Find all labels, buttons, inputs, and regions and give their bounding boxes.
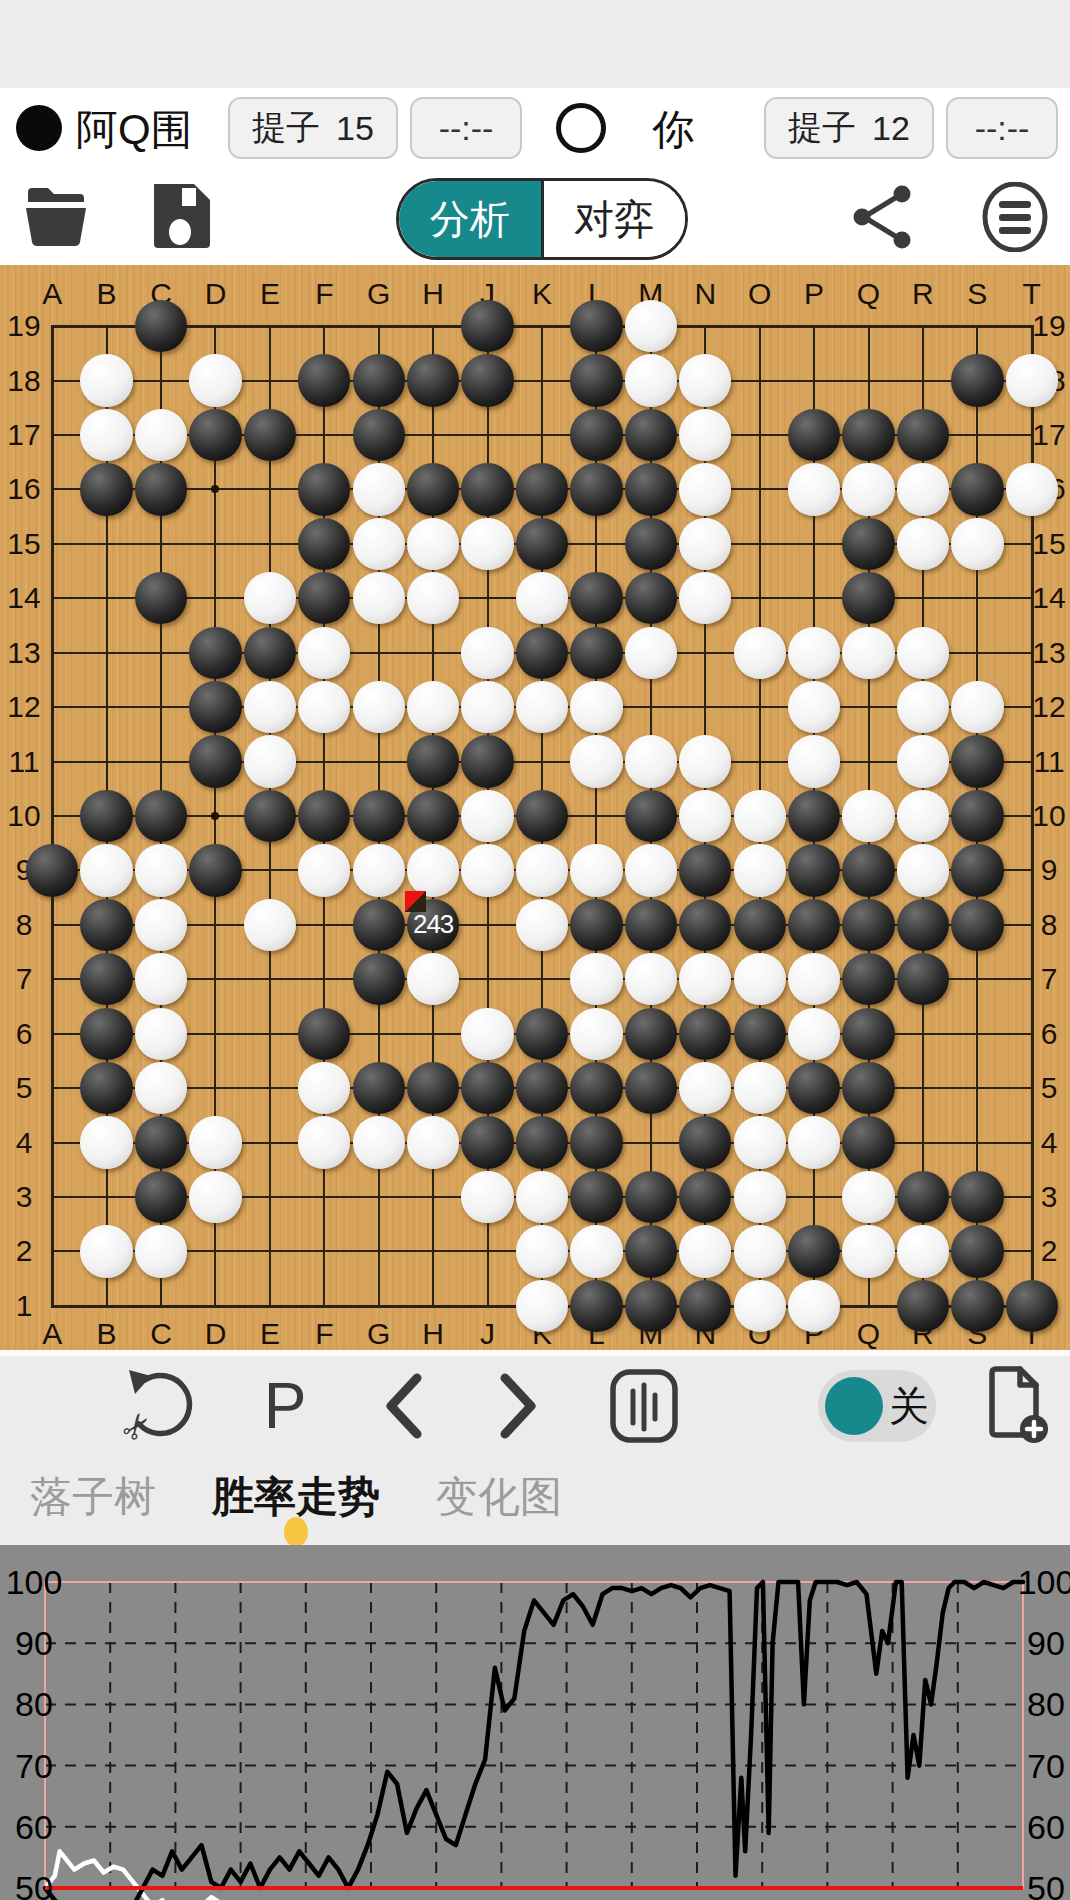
cell-P16[interactable]	[787, 462, 841, 516]
cell-F6[interactable]	[297, 1006, 351, 1060]
cell-D6[interactable]	[188, 1006, 242, 1060]
cell-L2[interactable]	[569, 1224, 623, 1278]
cell-T18[interactable]	[1005, 353, 1059, 407]
tab-落子树[interactable]: 落子树	[30, 1469, 156, 1525]
tab-胜率走势[interactable]: 胜率走势	[212, 1469, 380, 1525]
cell-P11[interactable]	[787, 734, 841, 788]
cell-K2[interactable]	[515, 1224, 569, 1278]
cell-O6[interactable]	[732, 1006, 786, 1060]
cell-E15[interactable]	[243, 517, 297, 571]
cell-T3[interactable]	[1005, 1170, 1059, 1224]
cell-O12[interactable]	[732, 680, 786, 734]
cell-H8[interactable]: 243	[406, 898, 460, 952]
pass-button[interactable]: P	[250, 1356, 320, 1455]
cell-Q6[interactable]	[841, 1006, 895, 1060]
cell-P17[interactable]	[787, 408, 841, 462]
cell-D10[interactable]	[188, 789, 242, 843]
cell-J13[interactable]	[460, 626, 514, 680]
cell-S5[interactable]	[950, 1061, 1004, 1115]
cell-R9[interactable]	[896, 843, 950, 897]
cell-S18[interactable]	[950, 353, 1004, 407]
cell-N16[interactable]	[678, 462, 732, 516]
cell-G11[interactable]	[352, 734, 406, 788]
cell-F12[interactable]	[297, 680, 351, 734]
cell-H16[interactable]	[406, 462, 460, 516]
cell-K10[interactable]	[515, 789, 569, 843]
cell-S3[interactable]	[950, 1170, 1004, 1224]
cell-E2[interactable]	[243, 1224, 297, 1278]
cell-C5[interactable]	[134, 1061, 188, 1115]
cell-H2[interactable]	[406, 1224, 460, 1278]
cell-A2[interactable]	[25, 1224, 79, 1278]
cell-H10[interactable]	[406, 789, 460, 843]
cell-F4[interactable]	[297, 1115, 351, 1169]
cell-R19[interactable]	[896, 299, 950, 353]
cell-J14[interactable]	[460, 571, 514, 625]
cell-H15[interactable]	[406, 517, 460, 571]
cell-R16[interactable]	[896, 462, 950, 516]
cell-O18[interactable]	[732, 353, 786, 407]
cell-B14[interactable]	[79, 571, 133, 625]
cell-M9[interactable]	[624, 843, 678, 897]
cell-B6[interactable]	[79, 1006, 133, 1060]
cell-A16[interactable]	[25, 462, 79, 516]
cell-B16[interactable]	[79, 462, 133, 516]
cell-T1[interactable]	[1005, 1279, 1059, 1333]
cell-F8[interactable]	[297, 898, 351, 952]
cell-G15[interactable]	[352, 517, 406, 571]
cell-P13[interactable]	[787, 626, 841, 680]
cell-K16[interactable]	[515, 462, 569, 516]
cell-Q3[interactable]	[841, 1170, 895, 1224]
cell-S10[interactable]	[950, 789, 1004, 843]
prev-move-button[interactable]	[372, 1356, 436, 1455]
cell-K14[interactable]	[515, 571, 569, 625]
cell-S6[interactable]	[950, 1006, 1004, 1060]
cell-Q4[interactable]	[841, 1115, 895, 1169]
black-timer-button[interactable]: --:--	[410, 97, 522, 159]
cell-J5[interactable]	[460, 1061, 514, 1115]
cell-P8[interactable]	[787, 898, 841, 952]
cell-T5[interactable]	[1005, 1061, 1059, 1115]
cell-N3[interactable]	[678, 1170, 732, 1224]
cell-N2[interactable]	[678, 1224, 732, 1278]
cell-L7[interactable]	[569, 952, 623, 1006]
cell-S8[interactable]	[950, 898, 1004, 952]
cell-C7[interactable]	[134, 952, 188, 1006]
cell-D1[interactable]	[188, 1279, 242, 1333]
cell-R14[interactable]	[896, 571, 950, 625]
cell-A12[interactable]	[25, 680, 79, 734]
open-file-button[interactable]	[22, 184, 92, 251]
cell-L13[interactable]	[569, 626, 623, 680]
cell-R12[interactable]	[896, 680, 950, 734]
cell-R5[interactable]	[896, 1061, 950, 1115]
cell-O8[interactable]	[732, 898, 786, 952]
cell-E1[interactable]	[243, 1279, 297, 1333]
cell-L8[interactable]	[569, 898, 623, 952]
cell-J3[interactable]	[460, 1170, 514, 1224]
cell-T16[interactable]	[1005, 462, 1059, 516]
cell-B7[interactable]	[79, 952, 133, 1006]
cell-G2[interactable]	[352, 1224, 406, 1278]
cell-F10[interactable]	[297, 789, 351, 843]
cell-D13[interactable]	[188, 626, 242, 680]
cell-G16[interactable]	[352, 462, 406, 516]
cell-C4[interactable]	[134, 1115, 188, 1169]
cell-H3[interactable]	[406, 1170, 460, 1224]
cell-L18[interactable]	[569, 353, 623, 407]
cell-E8[interactable]	[243, 898, 297, 952]
cell-B3[interactable]	[79, 1170, 133, 1224]
cell-J18[interactable]	[460, 353, 514, 407]
cell-Q5[interactable]	[841, 1061, 895, 1115]
cell-R6[interactable]	[896, 1006, 950, 1060]
cell-P15[interactable]	[787, 517, 841, 571]
cell-C9[interactable]	[134, 843, 188, 897]
cell-G10[interactable]	[352, 789, 406, 843]
cell-O1[interactable]	[732, 1279, 786, 1333]
cell-P3[interactable]	[787, 1170, 841, 1224]
cell-M17[interactable]	[624, 408, 678, 462]
cell-T13[interactable]	[1005, 626, 1059, 680]
cell-H4[interactable]	[406, 1115, 460, 1169]
cell-D5[interactable]	[188, 1061, 242, 1115]
cell-R8[interactable]	[896, 898, 950, 952]
cell-A15[interactable]	[25, 517, 79, 571]
cell-J15[interactable]	[460, 517, 514, 571]
analysis-chart-button[interactable]	[602, 1356, 686, 1455]
cell-C14[interactable]	[134, 571, 188, 625]
cell-H9[interactable]	[406, 843, 460, 897]
cell-G8[interactable]	[352, 898, 406, 952]
cell-L16[interactable]	[569, 462, 623, 516]
cell-G4[interactable]	[352, 1115, 406, 1169]
cell-K8[interactable]	[515, 898, 569, 952]
cell-T8[interactable]	[1005, 898, 1059, 952]
cell-G19[interactable]	[352, 299, 406, 353]
cell-R10[interactable]	[896, 789, 950, 843]
cell-Q7[interactable]	[841, 952, 895, 1006]
cell-M3[interactable]	[624, 1170, 678, 1224]
cell-R17[interactable]	[896, 408, 950, 462]
cell-C15[interactable]	[134, 517, 188, 571]
cell-J12[interactable]	[460, 680, 514, 734]
cell-L4[interactable]	[569, 1115, 623, 1169]
cell-C19[interactable]	[134, 299, 188, 353]
cell-M18[interactable]	[624, 353, 678, 407]
cell-C12[interactable]	[134, 680, 188, 734]
cell-Q16[interactable]	[841, 462, 895, 516]
cell-R4[interactable]	[896, 1115, 950, 1169]
cell-E3[interactable]	[243, 1170, 297, 1224]
cell-E9[interactable]	[243, 843, 297, 897]
cell-R13[interactable]	[896, 626, 950, 680]
cell-T17[interactable]	[1005, 408, 1059, 462]
cell-N12[interactable]	[678, 680, 732, 734]
cell-S2[interactable]	[950, 1224, 1004, 1278]
cell-C3[interactable]	[134, 1170, 188, 1224]
cell-M4[interactable]	[624, 1115, 678, 1169]
undo-cut-button[interactable]: ✂	[112, 1356, 204, 1455]
white-captures-button[interactable]: 提子 12	[764, 97, 934, 159]
cell-A1[interactable]	[25, 1279, 79, 1333]
cell-M12[interactable]	[624, 680, 678, 734]
cell-S12[interactable]	[950, 680, 1004, 734]
cell-K11[interactable]	[515, 734, 569, 788]
cell-B18[interactable]	[79, 353, 133, 407]
cell-N6[interactable]	[678, 1006, 732, 1060]
cell-B9[interactable]	[79, 843, 133, 897]
cell-E17[interactable]	[243, 408, 297, 462]
cell-M19[interactable]	[624, 299, 678, 353]
cell-T12[interactable]	[1005, 680, 1059, 734]
cell-S9[interactable]	[950, 843, 1004, 897]
cell-S4[interactable]	[950, 1115, 1004, 1169]
cell-B2[interactable]	[79, 1224, 133, 1278]
cell-Q11[interactable]	[841, 734, 895, 788]
cell-C13[interactable]	[134, 626, 188, 680]
cell-F11[interactable]	[297, 734, 351, 788]
cell-R1[interactable]	[896, 1279, 950, 1333]
cell-O7[interactable]	[732, 952, 786, 1006]
cell-F15[interactable]	[297, 517, 351, 571]
cell-G6[interactable]	[352, 1006, 406, 1060]
cell-O13[interactable]	[732, 626, 786, 680]
cell-M13[interactable]	[624, 626, 678, 680]
cell-R7[interactable]	[896, 952, 950, 1006]
cell-G7[interactable]	[352, 952, 406, 1006]
cell-D18[interactable]	[188, 353, 242, 407]
cell-D3[interactable]	[188, 1170, 242, 1224]
cell-M7[interactable]	[624, 952, 678, 1006]
cell-O5[interactable]	[732, 1061, 786, 1115]
cell-K5[interactable]	[515, 1061, 569, 1115]
cell-A17[interactable]	[25, 408, 79, 462]
cell-P6[interactable]	[787, 1006, 841, 1060]
cell-J7[interactable]	[460, 952, 514, 1006]
save-button[interactable]	[148, 182, 212, 253]
cell-E13[interactable]	[243, 626, 297, 680]
cell-G14[interactable]	[352, 571, 406, 625]
cell-H7[interactable]	[406, 952, 460, 1006]
cell-M1[interactable]	[624, 1279, 678, 1333]
cell-B12[interactable]	[79, 680, 133, 734]
cell-M2[interactable]	[624, 1224, 678, 1278]
cell-L14[interactable]	[569, 571, 623, 625]
cell-J6[interactable]	[460, 1006, 514, 1060]
cell-G18[interactable]	[352, 353, 406, 407]
cell-Q8[interactable]	[841, 898, 895, 952]
cell-M11[interactable]	[624, 734, 678, 788]
cell-C11[interactable]	[134, 734, 188, 788]
cell-H19[interactable]	[406, 299, 460, 353]
cell-J19[interactable]	[460, 299, 514, 353]
cell-A4[interactable]	[25, 1115, 79, 1169]
cell-R11[interactable]	[896, 734, 950, 788]
cell-T14[interactable]	[1005, 571, 1059, 625]
cell-D15[interactable]	[188, 517, 242, 571]
cell-T11[interactable]	[1005, 734, 1059, 788]
cell-T15[interactable]	[1005, 517, 1059, 571]
cell-P12[interactable]	[787, 680, 841, 734]
cell-J2[interactable]	[460, 1224, 514, 1278]
cell-O10[interactable]	[732, 789, 786, 843]
cell-C18[interactable]	[134, 353, 188, 407]
cell-L6[interactable]	[569, 1006, 623, 1060]
cell-O19[interactable]	[732, 299, 786, 353]
cell-F9[interactable]	[297, 843, 351, 897]
cell-Q9[interactable]	[841, 843, 895, 897]
cell-K12[interactable]	[515, 680, 569, 734]
cell-H13[interactable]	[406, 626, 460, 680]
cell-L10[interactable]	[569, 789, 623, 843]
cell-P9[interactable]	[787, 843, 841, 897]
cell-C6[interactable]	[134, 1006, 188, 1060]
cell-N9[interactable]	[678, 843, 732, 897]
cell-A3[interactable]	[25, 1170, 79, 1224]
cell-A9[interactable]	[25, 843, 79, 897]
cell-M16[interactable]	[624, 462, 678, 516]
cell-L3[interactable]	[569, 1170, 623, 1224]
cell-D14[interactable]	[188, 571, 242, 625]
cell-T2[interactable]	[1005, 1224, 1059, 1278]
cell-S16[interactable]	[950, 462, 1004, 516]
cell-P10[interactable]	[787, 789, 841, 843]
cell-D8[interactable]	[188, 898, 242, 952]
cell-T6[interactable]	[1005, 1006, 1059, 1060]
cell-N4[interactable]	[678, 1115, 732, 1169]
cell-T9[interactable]	[1005, 843, 1059, 897]
cell-E14[interactable]	[243, 571, 297, 625]
cell-F14[interactable]	[297, 571, 351, 625]
cell-E6[interactable]	[243, 1006, 297, 1060]
cell-K7[interactable]	[515, 952, 569, 1006]
cell-B13[interactable]	[79, 626, 133, 680]
cell-P14[interactable]	[787, 571, 841, 625]
cell-A10[interactable]	[25, 789, 79, 843]
cell-A8[interactable]	[25, 898, 79, 952]
cell-H18[interactable]	[406, 353, 460, 407]
cell-E7[interactable]	[243, 952, 297, 1006]
cell-C10[interactable]	[134, 789, 188, 843]
cell-T4[interactable]	[1005, 1115, 1059, 1169]
cell-T10[interactable]	[1005, 789, 1059, 843]
cell-B8[interactable]	[79, 898, 133, 952]
cell-S15[interactable]	[950, 517, 1004, 571]
cell-Q2[interactable]	[841, 1224, 895, 1278]
cell-M14[interactable]	[624, 571, 678, 625]
menu-button[interactable]	[980, 182, 1050, 255]
cell-O3[interactable]	[732, 1170, 786, 1224]
cell-N10[interactable]	[678, 789, 732, 843]
cell-P18[interactable]	[787, 353, 841, 407]
cell-P2[interactable]	[787, 1224, 841, 1278]
share-button[interactable]	[850, 184, 916, 253]
cell-E19[interactable]	[243, 299, 297, 353]
cell-N13[interactable]	[678, 626, 732, 680]
cell-D2[interactable]	[188, 1224, 242, 1278]
cell-F2[interactable]	[297, 1224, 351, 1278]
cell-L9[interactable]	[569, 843, 623, 897]
cell-R15[interactable]	[896, 517, 950, 571]
cell-J8[interactable]	[460, 898, 514, 952]
next-move-button[interactable]	[486, 1356, 550, 1455]
cell-B4[interactable]	[79, 1115, 133, 1169]
cell-F1[interactable]	[297, 1279, 351, 1333]
cell-G17[interactable]	[352, 408, 406, 462]
cell-Q10[interactable]	[841, 789, 895, 843]
cell-B19[interactable]	[79, 299, 133, 353]
cell-S19[interactable]	[950, 299, 1004, 353]
cell-N19[interactable]	[678, 299, 732, 353]
cell-N7[interactable]	[678, 952, 732, 1006]
cell-T7[interactable]	[1005, 952, 1059, 1006]
cell-H11[interactable]	[406, 734, 460, 788]
cell-N14[interactable]	[678, 571, 732, 625]
ai-analysis-toggle[interactable]: 关	[818, 1370, 936, 1442]
cell-O2[interactable]	[732, 1224, 786, 1278]
cell-A7[interactable]	[25, 952, 79, 1006]
cell-O4[interactable]	[732, 1115, 786, 1169]
cell-D19[interactable]	[188, 299, 242, 353]
cell-K9[interactable]	[515, 843, 569, 897]
cell-A6[interactable]	[25, 1006, 79, 1060]
cell-P1[interactable]	[787, 1279, 841, 1333]
cell-A11[interactable]	[25, 734, 79, 788]
cell-R18[interactable]	[896, 353, 950, 407]
cell-J11[interactable]	[460, 734, 514, 788]
cell-O14[interactable]	[732, 571, 786, 625]
cell-M10[interactable]	[624, 789, 678, 843]
cell-J16[interactable]	[460, 462, 514, 516]
cell-Q13[interactable]	[841, 626, 895, 680]
cell-F7[interactable]	[297, 952, 351, 1006]
tab-analysis[interactable]: 分析	[399, 181, 541, 257]
cell-K4[interactable]	[515, 1115, 569, 1169]
cell-P19[interactable]	[787, 299, 841, 353]
cell-B1[interactable]	[79, 1279, 133, 1333]
cell-F3[interactable]	[297, 1170, 351, 1224]
cell-Q18[interactable]	[841, 353, 895, 407]
cell-R3[interactable]	[896, 1170, 950, 1224]
cell-M6[interactable]	[624, 1006, 678, 1060]
cell-G12[interactable]	[352, 680, 406, 734]
cell-P4[interactable]	[787, 1115, 841, 1169]
cell-F17[interactable]	[297, 408, 351, 462]
cell-F5[interactable]	[297, 1061, 351, 1115]
cell-K3[interactable]	[515, 1170, 569, 1224]
cell-K19[interactable]	[515, 299, 569, 353]
cell-T19[interactable]	[1005, 299, 1059, 353]
cell-F18[interactable]	[297, 353, 351, 407]
cell-Q14[interactable]	[841, 571, 895, 625]
cell-O17[interactable]	[732, 408, 786, 462]
cell-C2[interactable]	[134, 1224, 188, 1278]
black-captures-button[interactable]: 提子 15	[228, 97, 398, 159]
tab-play[interactable]: 对弈	[541, 181, 686, 257]
cell-C8[interactable]	[134, 898, 188, 952]
cell-G5[interactable]	[352, 1061, 406, 1115]
cell-D11[interactable]	[188, 734, 242, 788]
cell-O16[interactable]	[732, 462, 786, 516]
cell-J4[interactable]	[460, 1115, 514, 1169]
cell-D12[interactable]	[188, 680, 242, 734]
cell-A14[interactable]	[25, 571, 79, 625]
cell-S17[interactable]	[950, 408, 1004, 462]
cell-S1[interactable]	[950, 1279, 1004, 1333]
cell-N15[interactable]	[678, 517, 732, 571]
